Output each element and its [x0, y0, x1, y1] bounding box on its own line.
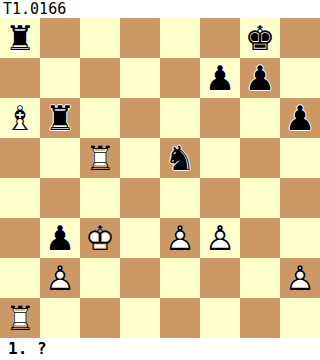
square-d4[interactable] [120, 178, 160, 218]
white-king-outline: ♔ [80, 218, 120, 258]
black-pawn-glyph: ♟ [280, 98, 320, 138]
square-a6[interactable]: ♝♗ [0, 98, 40, 138]
move-prompt: 1. ? [8, 338, 47, 360]
square-h8[interactable] [280, 18, 320, 58]
square-h5[interactable] [280, 138, 320, 178]
square-f1[interactable] [200, 298, 240, 338]
square-e1[interactable] [160, 298, 200, 338]
chess-puzzle-page: T1.0166 ♜♚♟♟♝♗♜♟♜♖♞♟♚♔♟♙♟♙♟♙♟♙♜♖ 1. ? [0, 0, 320, 360]
black-rook[interactable]: ♜ [0, 18, 40, 58]
square-a7[interactable] [0, 58, 40, 98]
square-h6[interactable]: ♟ [280, 98, 320, 138]
square-g8[interactable]: ♚ [240, 18, 280, 58]
square-a4[interactable] [0, 178, 40, 218]
square-h1[interactable] [280, 298, 320, 338]
puzzle-title: T1.0166 [3, 0, 66, 18]
white-rook-outline: ♖ [80, 138, 120, 178]
square-b8[interactable] [40, 18, 80, 58]
black-pawn[interactable]: ♟ [40, 218, 80, 258]
black-king-glyph: ♚ [240, 18, 280, 58]
white-king[interactable]: ♚♔ [80, 218, 120, 258]
square-e6[interactable] [160, 98, 200, 138]
square-b5[interactable] [40, 138, 80, 178]
square-a1[interactable]: ♜♖ [0, 298, 40, 338]
square-d2[interactable] [120, 258, 160, 298]
square-e3[interactable]: ♟♙ [160, 218, 200, 258]
white-pawn-outline: ♙ [160, 218, 200, 258]
white-bishop[interactable]: ♝♗ [0, 98, 40, 138]
square-d1[interactable] [120, 298, 160, 338]
square-f2[interactable] [200, 258, 240, 298]
black-knight[interactable]: ♞ [160, 138, 200, 178]
square-b7[interactable] [40, 58, 80, 98]
square-a5[interactable] [0, 138, 40, 178]
white-pawn[interactable]: ♟♙ [40, 258, 80, 298]
black-rook-glyph: ♜ [0, 18, 40, 58]
square-g3[interactable] [240, 218, 280, 258]
square-c5[interactable]: ♜♖ [80, 138, 120, 178]
square-c1[interactable] [80, 298, 120, 338]
square-c8[interactable] [80, 18, 120, 58]
square-c6[interactable] [80, 98, 120, 138]
square-h7[interactable] [280, 58, 320, 98]
square-a8[interactable]: ♜ [0, 18, 40, 58]
white-pawn-outline: ♙ [280, 258, 320, 298]
square-g4[interactable] [240, 178, 280, 218]
chess-board: ♜♚♟♟♝♗♜♟♜♖♞♟♚♔♟♙♟♙♟♙♟♙♜♖ [0, 18, 320, 338]
black-pawn-glyph: ♟ [240, 58, 280, 98]
white-pawn[interactable]: ♟♙ [200, 218, 240, 258]
square-a2[interactable] [0, 258, 40, 298]
black-pawn[interactable]: ♟ [280, 98, 320, 138]
square-b3[interactable]: ♟ [40, 218, 80, 258]
square-g7[interactable]: ♟ [240, 58, 280, 98]
square-c3[interactable]: ♚♔ [80, 218, 120, 258]
square-h4[interactable] [280, 178, 320, 218]
square-g1[interactable] [240, 298, 280, 338]
black-knight-glyph: ♞ [160, 138, 200, 178]
white-pawn-outline: ♙ [40, 258, 80, 298]
square-h3[interactable] [280, 218, 320, 258]
square-d8[interactable] [120, 18, 160, 58]
white-pawn-outline: ♙ [200, 218, 240, 258]
square-g6[interactable] [240, 98, 280, 138]
square-f3[interactable]: ♟♙ [200, 218, 240, 258]
square-b4[interactable] [40, 178, 80, 218]
square-e5[interactable]: ♞ [160, 138, 200, 178]
black-rook-glyph: ♜ [40, 98, 80, 138]
square-c4[interactable] [80, 178, 120, 218]
square-d3[interactable] [120, 218, 160, 258]
square-g5[interactable] [240, 138, 280, 178]
white-rook[interactable]: ♜♖ [0, 298, 40, 338]
square-d5[interactable] [120, 138, 160, 178]
white-pawn[interactable]: ♟♙ [160, 218, 200, 258]
white-rook[interactable]: ♜♖ [80, 138, 120, 178]
square-f6[interactable] [200, 98, 240, 138]
square-f4[interactable] [200, 178, 240, 218]
white-bishop-outline: ♗ [0, 98, 40, 138]
square-b6[interactable]: ♜ [40, 98, 80, 138]
black-king[interactable]: ♚ [240, 18, 280, 58]
square-b1[interactable] [40, 298, 80, 338]
square-e4[interactable] [160, 178, 200, 218]
square-f8[interactable] [200, 18, 240, 58]
square-f7[interactable]: ♟ [200, 58, 240, 98]
square-a3[interactable] [0, 218, 40, 258]
square-e7[interactable] [160, 58, 200, 98]
square-e2[interactable] [160, 258, 200, 298]
white-rook-outline: ♖ [0, 298, 40, 338]
black-pawn-glyph: ♟ [200, 58, 240, 98]
white-pawn[interactable]: ♟♙ [280, 258, 320, 298]
black-pawn-glyph: ♟ [40, 218, 80, 258]
black-pawn[interactable]: ♟ [200, 58, 240, 98]
black-rook[interactable]: ♜ [40, 98, 80, 138]
square-g2[interactable] [240, 258, 280, 298]
square-h2[interactable]: ♟♙ [280, 258, 320, 298]
square-d6[interactable] [120, 98, 160, 138]
square-c7[interactable] [80, 58, 120, 98]
square-f5[interactable] [200, 138, 240, 178]
square-e8[interactable] [160, 18, 200, 58]
square-b2[interactable]: ♟♙ [40, 258, 80, 298]
black-pawn[interactable]: ♟ [240, 58, 280, 98]
square-d7[interactable] [120, 58, 160, 98]
square-c2[interactable] [80, 258, 120, 298]
